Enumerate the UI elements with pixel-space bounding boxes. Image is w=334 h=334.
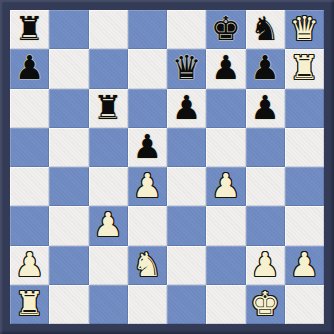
square-g8[interactable]: ♞ — [246, 10, 285, 49]
square-a7[interactable]: ♟ — [10, 49, 49, 88]
piece-black-pawn[interactable]: ♟ — [15, 51, 45, 84]
square-h5[interactable] — [285, 128, 324, 167]
square-g5[interactable] — [246, 128, 285, 167]
square-h2[interactable]: ♟ — [285, 246, 324, 285]
square-c2[interactable] — [89, 246, 128, 285]
piece-black-rook[interactable]: ♜ — [93, 91, 123, 124]
square-c7[interactable] — [89, 49, 128, 88]
square-c8[interactable] — [89, 10, 128, 49]
square-b1[interactable] — [49, 285, 88, 324]
square-h7[interactable]: ♜ — [285, 49, 324, 88]
square-g3[interactable] — [246, 206, 285, 245]
chess-board: ♜♚♞♛♟♛♟♟♜♜♟♟♟♟♟♟♟♞♟♟♜♚ — [10, 10, 324, 324]
piece-white-king[interactable]: ♚ — [250, 287, 280, 320]
piece-white-pawn[interactable]: ♟ — [93, 208, 123, 241]
chess-board-frame: ♜♚♞♛♟♛♟♟♜♜♟♟♟♟♟♟♟♞♟♟♜♚ — [0, 0, 334, 334]
square-b6[interactable] — [49, 89, 88, 128]
square-c4[interactable] — [89, 167, 128, 206]
square-e3[interactable] — [167, 206, 206, 245]
square-d7[interactable] — [128, 49, 167, 88]
piece-white-pawn[interactable]: ♟ — [211, 169, 241, 202]
square-a2[interactable]: ♟ — [10, 246, 49, 285]
square-d1[interactable] — [128, 285, 167, 324]
piece-white-rook[interactable]: ♜ — [15, 287, 45, 320]
square-b7[interactable] — [49, 49, 88, 88]
square-f8[interactable]: ♚ — [206, 10, 245, 49]
square-d4[interactable]: ♟ — [128, 167, 167, 206]
square-f7[interactable]: ♟ — [206, 49, 245, 88]
square-c1[interactable] — [89, 285, 128, 324]
square-a8[interactable]: ♜ — [10, 10, 49, 49]
square-e4[interactable] — [167, 167, 206, 206]
square-e8[interactable] — [167, 10, 206, 49]
square-f1[interactable] — [206, 285, 245, 324]
piece-white-knight[interactable]: ♞ — [133, 248, 163, 281]
square-g1[interactable]: ♚ — [246, 285, 285, 324]
square-e1[interactable] — [167, 285, 206, 324]
piece-white-rook[interactable]: ♜ — [290, 51, 320, 84]
piece-black-king[interactable]: ♚ — [211, 12, 241, 45]
square-b5[interactable] — [49, 128, 88, 167]
piece-black-pawn[interactable]: ♟ — [211, 51, 241, 84]
square-d5[interactable]: ♟ — [128, 128, 167, 167]
square-b2[interactable] — [49, 246, 88, 285]
square-h8[interactable]: ♛ — [285, 10, 324, 49]
square-h6[interactable] — [285, 89, 324, 128]
square-e7[interactable]: ♛ — [167, 49, 206, 88]
square-g2[interactable]: ♟ — [246, 246, 285, 285]
square-f5[interactable] — [206, 128, 245, 167]
square-d2[interactable]: ♞ — [128, 246, 167, 285]
square-b3[interactable] — [49, 206, 88, 245]
piece-black-pawn[interactable]: ♟ — [250, 91, 280, 124]
square-f3[interactable] — [206, 206, 245, 245]
square-b4[interactable] — [49, 167, 88, 206]
square-a6[interactable] — [10, 89, 49, 128]
square-a4[interactable] — [10, 167, 49, 206]
piece-white-pawn[interactable]: ♟ — [133, 169, 163, 202]
piece-black-pawn[interactable]: ♟ — [133, 130, 163, 163]
square-f4[interactable]: ♟ — [206, 167, 245, 206]
square-a5[interactable] — [10, 128, 49, 167]
square-d6[interactable] — [128, 89, 167, 128]
piece-black-queen[interactable]: ♛ — [172, 51, 202, 84]
square-a1[interactable]: ♜ — [10, 285, 49, 324]
square-h3[interactable] — [285, 206, 324, 245]
piece-white-pawn[interactable]: ♟ — [15, 248, 45, 281]
square-e2[interactable] — [167, 246, 206, 285]
square-e6[interactable]: ♟ — [167, 89, 206, 128]
square-f6[interactable] — [206, 89, 245, 128]
square-f2[interactable] — [206, 246, 245, 285]
square-h1[interactable] — [285, 285, 324, 324]
square-d8[interactable] — [128, 10, 167, 49]
square-c5[interactable] — [89, 128, 128, 167]
square-h4[interactable] — [285, 167, 324, 206]
piece-black-pawn[interactable]: ♟ — [250, 51, 280, 84]
square-b8[interactable] — [49, 10, 88, 49]
square-a3[interactable] — [10, 206, 49, 245]
square-g4[interactable] — [246, 167, 285, 206]
piece-white-pawn[interactable]: ♟ — [250, 248, 280, 281]
square-d3[interactable] — [128, 206, 167, 245]
square-g7[interactable]: ♟ — [246, 49, 285, 88]
piece-black-pawn[interactable]: ♟ — [172, 91, 202, 124]
piece-white-pawn[interactable]: ♟ — [290, 248, 320, 281]
square-c3[interactable]: ♟ — [89, 206, 128, 245]
piece-black-knight[interactable]: ♞ — [250, 12, 280, 45]
piece-white-queen[interactable]: ♛ — [290, 12, 320, 45]
square-c6[interactable]: ♜ — [89, 89, 128, 128]
piece-black-rook[interactable]: ♜ — [15, 12, 45, 45]
square-e5[interactable] — [167, 128, 206, 167]
square-g6[interactable]: ♟ — [246, 89, 285, 128]
